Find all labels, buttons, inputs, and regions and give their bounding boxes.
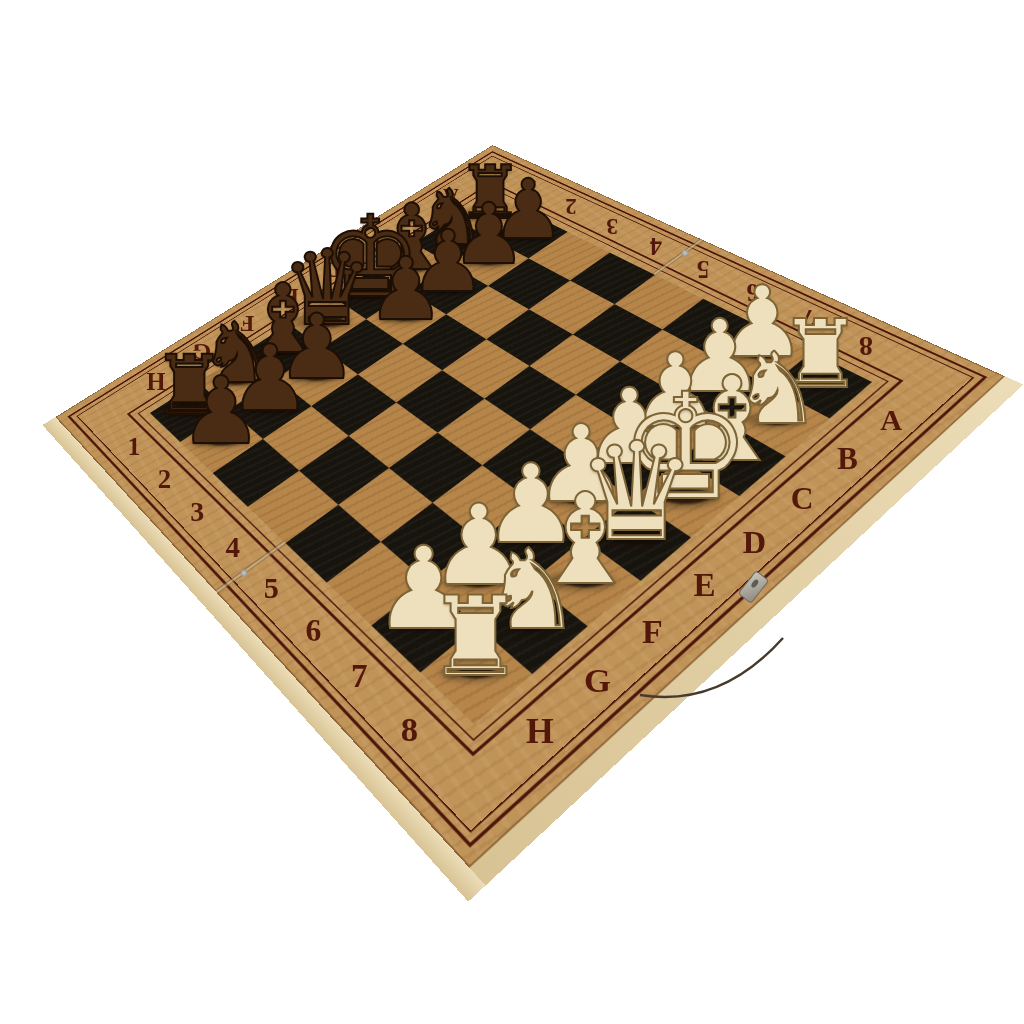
piece-light-rook-h8[interactable]: ♜: [426, 582, 525, 692]
piece-dark-pawn-h2[interactable]: ♟: [179, 364, 263, 457]
piece-dark-pawn-d2[interactable]: ♟: [367, 246, 445, 333]
chess-set-photo-scene: 1A2♜B3♟♞C4♟♝5D♟6♚E♟7♛F8♝G♟♟♞H♜♟♟♜♞A♟♟1♝B…: [0, 0, 1024, 1024]
